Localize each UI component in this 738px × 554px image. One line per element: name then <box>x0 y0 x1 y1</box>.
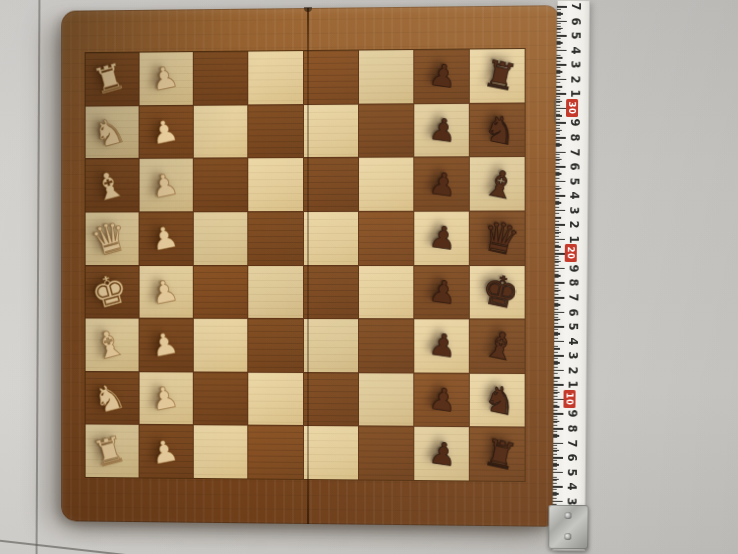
black-knight: ♞ <box>480 380 520 422</box>
white-pawn: ♟ <box>149 275 181 309</box>
tape-half-cm-tick <box>555 188 561 190</box>
tape-half-cm-tick <box>554 391 560 393</box>
tape-half-cm-tick <box>553 450 559 452</box>
tape-half-cm-tick <box>553 479 559 481</box>
white-knight: ♞ <box>89 111 129 154</box>
square-a8: ♜ <box>470 49 525 103</box>
black-king: ♚ <box>478 269 523 317</box>
tape-cm-tick <box>556 93 566 95</box>
tape-half-cm-tick <box>554 377 560 379</box>
tape-cm-tick <box>554 297 564 299</box>
tape-cm-tick <box>553 486 563 488</box>
square-g7: ♟ <box>414 373 469 426</box>
white-pawn: ♟ <box>149 168 181 202</box>
tape-half-cm-tick <box>553 406 559 408</box>
tape-end-clip <box>548 505 588 549</box>
black-queen: ♛ <box>478 215 523 263</box>
tape-label-14: 4 <box>565 334 580 349</box>
board-hinge-seam <box>307 8 309 524</box>
black-bishop: ♝ <box>480 163 520 205</box>
square-f7: ♟ <box>414 319 469 372</box>
square-a7: ♟ <box>414 49 469 102</box>
tape-label-34: 4 <box>567 43 582 58</box>
tape-label-33: 3 <box>567 57 582 72</box>
square-d5 <box>304 212 358 265</box>
tape-half-cm-tick <box>556 57 562 59</box>
square-g8: ♞ <box>470 374 525 427</box>
square-d3 <box>194 212 248 264</box>
tape-half-cm-tick <box>553 435 559 437</box>
square-g6 <box>359 373 413 426</box>
square-f6 <box>359 319 413 372</box>
white-bishop: ♝ <box>89 324 129 367</box>
tape-cm-tick <box>553 442 563 444</box>
tape-label-5: 5 <box>564 465 579 480</box>
tape-cm-tick <box>554 326 564 328</box>
black-pawn: ♟ <box>428 60 459 93</box>
tape-cm-tick <box>556 166 566 168</box>
white-pawn: ♟ <box>149 435 181 469</box>
tape-clip-rivet <box>564 512 571 519</box>
tape-label-12: 2 <box>565 363 580 378</box>
tape-half-cm-tick <box>554 348 560 350</box>
square-e6 <box>359 265 413 318</box>
square-c2: ♟ <box>140 159 193 211</box>
square-f3 <box>194 319 248 372</box>
square-c8: ♝ <box>470 157 525 210</box>
square-e4 <box>249 266 303 319</box>
floor-tile-seam-vertical <box>36 0 41 554</box>
tape-clip-rivet <box>564 533 571 540</box>
white-queen: ♛ <box>87 215 132 264</box>
tape-label-17: 7 <box>565 290 580 305</box>
tape-half-cm-tick <box>554 304 560 306</box>
tape-half-cm-tick <box>555 275 561 277</box>
tape-half-cm-tick <box>556 130 562 132</box>
tape-cm-tick <box>556 64 566 66</box>
tape-label-8: 8 <box>564 421 579 436</box>
tape-label-16: 6 <box>565 304 580 319</box>
square-e1: ♚ <box>86 266 139 318</box>
tape-cm-tick <box>555 210 565 212</box>
square-h6 <box>359 427 413 480</box>
square-b4 <box>249 105 303 158</box>
square-g3 <box>194 372 248 425</box>
tape-half-cm-tick <box>556 159 562 161</box>
tape-label-26: 6 <box>566 159 581 174</box>
square-b7: ♟ <box>414 103 469 156</box>
black-knight: ♞ <box>480 109 520 151</box>
square-g4 <box>249 372 303 425</box>
black-pawn: ♟ <box>428 329 459 363</box>
square-c4 <box>249 158 303 211</box>
tape-half-cm-tick <box>555 231 561 233</box>
tape-half-cm-tick <box>553 493 559 495</box>
tape-cm-tick <box>557 20 567 22</box>
black-pawn: ♟ <box>428 383 459 417</box>
black-pawn: ♟ <box>428 114 459 148</box>
black-bishop: ♝ <box>480 326 520 368</box>
board-hinge-notch <box>304 7 312 12</box>
square-c7: ♟ <box>414 157 469 210</box>
square-d1: ♛ <box>86 212 139 264</box>
tape-half-cm-tick <box>554 290 560 292</box>
tape-half-cm-tick <box>555 173 561 175</box>
square-a3 <box>194 52 248 105</box>
tape-half-cm-tick <box>557 13 563 15</box>
square-e8: ♚ <box>470 265 525 318</box>
square-h4 <box>249 426 303 479</box>
square-f8: ♝ <box>470 320 525 373</box>
tape-label-28: 8 <box>567 130 582 145</box>
black-rook: ♜ <box>480 434 520 476</box>
white-pawn: ♟ <box>149 381 181 415</box>
tape-cm-tick <box>556 108 566 110</box>
tape-label-37: 7 <box>568 0 583 14</box>
tape-half-cm-tick <box>556 115 562 117</box>
tape-label-7: 7 <box>564 435 579 450</box>
chess-board: ♜♟♟♜♞♟♟♞♝♟♟♝♛♟♟♛♚♟♟♚♝♟♟♝♞♟♟♞♜♟♟♜ <box>61 5 560 527</box>
square-h2: ♟ <box>140 425 193 478</box>
tape-label-13: 3 <box>565 348 580 363</box>
tape-cm-tick <box>556 79 566 81</box>
board-grid: ♜♟♟♜♞♟♟♞♝♟♟♝♛♟♟♛♚♟♟♚♝♟♟♝♞♟♟♞♜♟♟♜ <box>85 48 526 482</box>
tape-cm-tick <box>553 428 563 430</box>
square-b3 <box>194 105 248 158</box>
tape-half-cm-tick <box>556 144 562 146</box>
tape-label-15: 5 <box>565 319 580 334</box>
black-rook: ♜ <box>480 55 520 97</box>
tape-half-cm-tick <box>554 362 560 364</box>
white-bishop: ♝ <box>89 165 129 208</box>
white-knight: ♞ <box>89 377 129 420</box>
tape-label-22: 2 <box>566 217 581 232</box>
square-g2: ♟ <box>140 372 193 425</box>
square-e7: ♟ <box>414 265 469 318</box>
square-d4 <box>249 212 303 265</box>
square-h8: ♜ <box>470 428 525 482</box>
tape-cm-tick <box>553 457 563 459</box>
tape-cm-tick <box>555 239 565 241</box>
square-f2: ♟ <box>140 319 193 371</box>
square-d2: ♟ <box>140 212 193 264</box>
square-c3 <box>194 159 248 212</box>
square-c5 <box>304 158 358 211</box>
tape-cm-tick <box>556 137 566 139</box>
black-pawn: ♟ <box>428 221 459 255</box>
tape-cm-tick <box>555 282 565 284</box>
tape-cm-tick <box>554 370 564 372</box>
square-b8: ♞ <box>470 103 525 156</box>
square-a6 <box>359 50 413 103</box>
square-h7: ♟ <box>414 427 469 480</box>
square-h3 <box>194 426 248 479</box>
tape-cm-tick <box>553 501 563 503</box>
tape-half-cm-tick <box>557 28 563 30</box>
tape-label-red-20: 20 <box>565 244 577 262</box>
tape-label-35: 5 <box>568 28 583 43</box>
white-rook: ♜ <box>89 431 129 474</box>
tape-cm-tick <box>555 195 565 197</box>
square-a2: ♟ <box>140 52 193 105</box>
square-a1: ♜ <box>86 53 139 106</box>
tape-label-4: 4 <box>564 479 579 494</box>
square-b5 <box>304 104 358 157</box>
tape-label-24: 4 <box>566 188 581 203</box>
square-c1: ♝ <box>86 159 139 211</box>
tape-measure: 765432130987654321209876543211098765432 <box>552 0 590 551</box>
tape-cm-tick <box>555 224 565 226</box>
tape-cm-tick <box>555 180 565 182</box>
square-d7: ♟ <box>414 211 469 264</box>
tape-half-cm-tick <box>556 86 562 88</box>
tape-half-cm-tick <box>554 319 560 321</box>
white-pawn: ♟ <box>149 222 181 256</box>
tape-half-cm-tick <box>555 260 561 262</box>
tape-label-36: 6 <box>568 13 583 28</box>
tape-cm-tick <box>554 311 564 313</box>
square-h5 <box>304 426 358 479</box>
tape-label-29: 9 <box>567 115 582 130</box>
square-e5 <box>304 265 358 318</box>
tape-half-cm-tick <box>556 71 562 73</box>
square-c6 <box>359 158 413 211</box>
white-rook: ♜ <box>89 58 129 101</box>
tape-half-cm-tick <box>556 100 562 102</box>
square-d8: ♛ <box>470 211 525 264</box>
tape-label-6: 6 <box>564 450 579 465</box>
square-g1: ♞ <box>86 372 139 424</box>
square-g5 <box>304 373 358 426</box>
white-pawn: ♟ <box>149 328 181 362</box>
tape-cm-tick <box>556 122 566 124</box>
square-a5 <box>304 51 358 104</box>
tape-cm-tick <box>554 399 564 401</box>
tape-cm-tick <box>555 253 565 255</box>
tape-cm-tick <box>557 35 567 37</box>
tape-cm-tick <box>555 268 565 270</box>
black-pawn: ♟ <box>428 275 459 309</box>
tape-half-cm-tick <box>553 464 559 466</box>
square-f1: ♝ <box>86 319 139 371</box>
tape-label-25: 5 <box>566 174 581 189</box>
white-pawn: ♟ <box>149 62 181 97</box>
square-f4 <box>249 319 303 372</box>
tape-label-27: 7 <box>567 144 582 159</box>
tape-cm-tick <box>554 384 564 386</box>
tape-label-19: 9 <box>566 261 581 276</box>
photo-chess-scene: { "game": "chess", "scene_description": … <box>0 0 738 554</box>
tape-half-cm-tick <box>555 246 561 248</box>
square-e2: ♟ <box>140 266 193 318</box>
square-h1: ♜ <box>86 425 139 478</box>
tape-cm-tick <box>556 151 566 153</box>
black-pawn: ♟ <box>428 437 459 471</box>
tape-cm-tick <box>557 49 567 51</box>
tape-label-32: 2 <box>567 72 582 87</box>
black-pawn: ♟ <box>428 168 459 202</box>
square-b1: ♞ <box>86 106 139 158</box>
square-f5 <box>304 319 358 372</box>
square-a4 <box>249 51 303 104</box>
square-b2: ♟ <box>140 105 193 158</box>
tape-half-cm-tick <box>554 333 560 335</box>
tape-cm-tick <box>553 413 563 415</box>
tape-half-cm-tick <box>555 202 561 204</box>
white-pawn: ♟ <box>149 115 181 149</box>
tape-half-cm-tick <box>553 421 559 423</box>
tape-cm-tick <box>557 6 567 8</box>
tape-cm-tick <box>554 355 564 357</box>
tape-label-23: 3 <box>566 203 581 218</box>
tape-label-18: 8 <box>565 275 580 290</box>
tape-half-cm-tick <box>555 217 561 219</box>
tape-cm-tick <box>553 471 563 473</box>
white-king: ♚ <box>87 268 132 317</box>
tape-label-9: 9 <box>564 406 579 421</box>
tape-cm-tick <box>554 340 564 342</box>
floor-tile-seam-horizontal <box>0 539 143 554</box>
square-b6 <box>359 104 413 157</box>
square-e3 <box>194 266 248 318</box>
tape-half-cm-tick <box>557 42 563 44</box>
square-d6 <box>359 212 413 265</box>
